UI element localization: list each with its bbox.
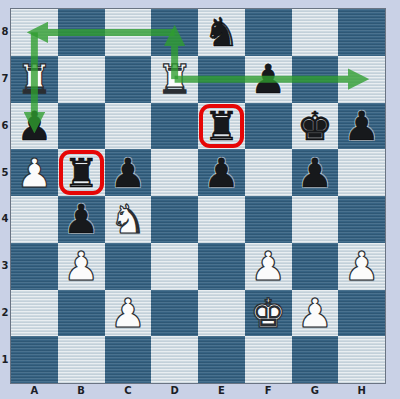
black-rook-e6[interactable]: ♜ <box>203 106 239 146</box>
square-d5[interactable] <box>151 149 198 196</box>
file-label-a: A <box>11 385 58 396</box>
black-pawn-h6[interactable]: ♟ <box>344 106 380 146</box>
square-b5[interactable]: ♜ <box>58 149 105 196</box>
square-e4[interactable] <box>198 196 245 243</box>
chess-diagram: ♞♜♜♟♟♜♚♟♟♜♟♟♟♟♞♟♟♟♟♚♟ ABCDEFGH87654321 <box>0 0 400 399</box>
square-d3[interactable] <box>151 243 198 290</box>
white-king-f2[interactable]: ♚ <box>250 293 286 333</box>
square-h3[interactable]: ♟ <box>338 243 385 290</box>
chess-board: ♞♜♜♟♟♜♚♟♟♜♟♟♟♟♞♟♟♟♟♚♟ <box>11 9 385 383</box>
black-rook-b5[interactable]: ♜ <box>63 153 99 193</box>
square-h4[interactable] <box>338 196 385 243</box>
square-e6[interactable]: ♜ <box>198 103 245 150</box>
black-pawn-g5[interactable]: ♟ <box>297 153 333 193</box>
square-e2[interactable] <box>198 290 245 337</box>
rank-label-3: 3 <box>0 260 10 271</box>
square-c2[interactable]: ♟ <box>105 290 152 337</box>
square-c8[interactable] <box>105 9 152 56</box>
square-a5[interactable]: ♟ <box>11 149 58 196</box>
square-g6[interactable]: ♚ <box>292 103 339 150</box>
square-a3[interactable] <box>11 243 58 290</box>
white-rook-d7[interactable]: ♜ <box>157 59 193 99</box>
white-pawn-c2[interactable]: ♟ <box>110 293 146 333</box>
white-knight-c4[interactable]: ♞ <box>110 199 146 239</box>
square-e8[interactable]: ♞ <box>198 9 245 56</box>
square-c6[interactable] <box>105 103 152 150</box>
white-rook-a7[interactable]: ♜ <box>16 59 52 99</box>
white-pawn-g2[interactable]: ♟ <box>297 293 333 333</box>
square-c5[interactable]: ♟ <box>105 149 152 196</box>
file-label-h: H <box>338 385 385 396</box>
square-e7[interactable] <box>198 56 245 103</box>
square-c3[interactable] <box>105 243 152 290</box>
square-d7[interactable]: ♜ <box>151 56 198 103</box>
file-label-c: C <box>105 385 152 396</box>
square-a1[interactable] <box>11 336 58 383</box>
white-pawn-a5[interactable]: ♟ <box>16 153 52 193</box>
square-d4[interactable] <box>151 196 198 243</box>
square-f8[interactable] <box>245 9 292 56</box>
rank-label-8: 8 <box>0 26 10 37</box>
square-h6[interactable]: ♟ <box>338 103 385 150</box>
square-g7[interactable] <box>292 56 339 103</box>
file-label-g: G <box>292 385 339 396</box>
rank-label-1: 1 <box>0 354 10 365</box>
square-b3[interactable]: ♟ <box>58 243 105 290</box>
square-e3[interactable] <box>198 243 245 290</box>
square-b8[interactable] <box>58 9 105 56</box>
square-e1[interactable] <box>198 336 245 383</box>
square-g4[interactable] <box>292 196 339 243</box>
white-pawn-h3[interactable]: ♟ <box>344 246 380 286</box>
file-label-d: D <box>151 385 198 396</box>
square-h2[interactable] <box>338 290 385 337</box>
file-label-e: E <box>198 385 245 396</box>
square-f1[interactable] <box>245 336 292 383</box>
square-d2[interactable] <box>151 290 198 337</box>
square-g1[interactable] <box>292 336 339 383</box>
rank-label-5: 5 <box>0 167 10 178</box>
file-label-b: B <box>58 385 105 396</box>
square-b7[interactable] <box>58 56 105 103</box>
square-c4[interactable]: ♞ <box>105 196 152 243</box>
square-c1[interactable] <box>105 336 152 383</box>
square-h1[interactable] <box>338 336 385 383</box>
square-h5[interactable] <box>338 149 385 196</box>
black-pawn-a6[interactable]: ♟ <box>16 106 52 146</box>
square-b4[interactable]: ♟ <box>58 196 105 243</box>
square-h8[interactable] <box>338 9 385 56</box>
square-a8[interactable] <box>11 9 58 56</box>
black-pawn-f7[interactable]: ♟ <box>250 59 286 99</box>
rank-label-2: 2 <box>0 307 10 318</box>
square-d6[interactable] <box>151 103 198 150</box>
square-g8[interactable] <box>292 9 339 56</box>
square-a7[interactable]: ♜ <box>11 56 58 103</box>
square-g3[interactable] <box>292 243 339 290</box>
square-c7[interactable] <box>105 56 152 103</box>
square-a6[interactable]: ♟ <box>11 103 58 150</box>
square-b2[interactable] <box>58 290 105 337</box>
square-f3[interactable]: ♟ <box>245 243 292 290</box>
black-pawn-e5[interactable]: ♟ <box>203 153 239 193</box>
square-d1[interactable] <box>151 336 198 383</box>
file-label-f: F <box>245 385 292 396</box>
black-pawn-b4[interactable]: ♟ <box>63 199 99 239</box>
white-pawn-f3[interactable]: ♟ <box>250 246 286 286</box>
square-f5[interactable] <box>245 149 292 196</box>
square-f2[interactable]: ♚ <box>245 290 292 337</box>
square-f6[interactable] <box>245 103 292 150</box>
square-e5[interactable]: ♟ <box>198 149 245 196</box>
black-king-g6[interactable]: ♚ <box>297 106 333 146</box>
square-b6[interactable] <box>58 103 105 150</box>
square-d8[interactable] <box>151 9 198 56</box>
square-g5[interactable]: ♟ <box>292 149 339 196</box>
black-pawn-c5[interactable]: ♟ <box>110 153 146 193</box>
rank-label-6: 6 <box>0 120 10 131</box>
rank-label-7: 7 <box>0 73 10 84</box>
square-a4[interactable] <box>11 196 58 243</box>
black-knight-e8[interactable]: ♞ <box>203 12 239 52</box>
white-pawn-b3[interactable]: ♟ <box>63 246 99 286</box>
square-a2[interactable] <box>11 290 58 337</box>
square-f4[interactable] <box>245 196 292 243</box>
square-g2[interactable]: ♟ <box>292 290 339 337</box>
square-f7[interactable]: ♟ <box>245 56 292 103</box>
square-h7[interactable] <box>338 56 385 103</box>
rank-label-4: 4 <box>0 213 10 224</box>
square-b1[interactable] <box>58 336 105 383</box>
